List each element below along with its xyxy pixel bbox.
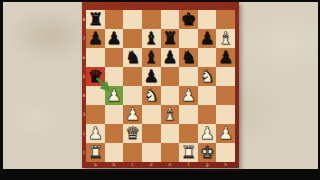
square-d1[interactable] xyxy=(142,143,161,162)
square-c4[interactable] xyxy=(123,86,142,105)
square-d3[interactable] xyxy=(142,105,161,124)
white-rook-f1[interactable]: ♜ xyxy=(179,143,198,162)
square-f5[interactable] xyxy=(179,67,198,86)
white-pawn-h2[interactable]: ♟ xyxy=(216,124,235,143)
white-queen-c2[interactable]: ♛ xyxy=(123,124,142,143)
square-e8[interactable] xyxy=(161,10,180,29)
square-e4[interactable] xyxy=(161,86,180,105)
square-f7[interactable] xyxy=(179,29,198,48)
black-rook-e7[interactable]: ♜ xyxy=(161,29,180,48)
black-pawn-b7[interactable]: ♟ xyxy=(105,29,124,48)
chessboard-frame: 87654321 ♜♚♟♟♝♜♟♝♞♝♟♞♟♛♟♞♟♞♟♟♝♟♛♟♟♜♜♚ ab… xyxy=(82,2,239,168)
square-h5[interactable] xyxy=(216,67,235,86)
square-e5[interactable] xyxy=(161,67,180,86)
file-label-c: c xyxy=(123,162,142,168)
white-pawn-a2[interactable]: ♟ xyxy=(86,124,105,143)
white-pawn-c3[interactable]: ♟ xyxy=(123,105,142,124)
square-g6[interactable] xyxy=(198,48,217,67)
black-king-f8[interactable]: ♚ xyxy=(179,10,198,29)
black-bishop-d7[interactable]: ♝ xyxy=(142,29,161,48)
square-d8[interactable] xyxy=(142,10,161,29)
square-g8[interactable] xyxy=(198,10,217,29)
file-label-e: e xyxy=(161,162,180,168)
black-queen-a5[interactable]: ♛ xyxy=(86,67,105,86)
file-label-h: h xyxy=(216,162,235,168)
black-bishop-d6[interactable]: ♝ xyxy=(142,48,161,67)
square-c1[interactable] xyxy=(123,143,142,162)
square-b5[interactable] xyxy=(105,67,124,86)
square-b8[interactable] xyxy=(105,10,124,29)
black-knight-c6[interactable]: ♞ xyxy=(123,48,142,67)
square-b2[interactable] xyxy=(105,124,124,143)
square-d2[interactable] xyxy=(142,124,161,143)
file-labels: abcdefgh xyxy=(86,162,235,168)
square-g4[interactable] xyxy=(198,86,217,105)
square-a3[interactable] xyxy=(86,105,105,124)
square-b1[interactable] xyxy=(105,143,124,162)
white-pawn-b4[interactable]: ♟ xyxy=(105,86,124,105)
square-c5[interactable] xyxy=(123,67,142,86)
square-a4[interactable] xyxy=(86,86,105,105)
black-pawn-d5[interactable]: ♟ xyxy=(142,67,161,86)
file-label-d: d xyxy=(142,162,161,168)
square-b6[interactable] xyxy=(105,48,124,67)
white-pawn-f4[interactable]: ♟ xyxy=(179,86,198,105)
black-pawn-e6[interactable]: ♟ xyxy=(161,48,180,67)
square-h8[interactable] xyxy=(216,10,235,29)
white-knight-d4[interactable]: ♞ xyxy=(142,86,161,105)
square-c8[interactable] xyxy=(123,10,142,29)
square-f3[interactable] xyxy=(179,105,198,124)
black-rook-a8[interactable]: ♜ xyxy=(86,10,105,29)
black-knight-f6[interactable]: ♞ xyxy=(179,48,198,67)
square-h4[interactable] xyxy=(216,86,235,105)
black-pawn-h6[interactable]: ♟ xyxy=(216,48,235,67)
black-pawn-g7[interactable]: ♟ xyxy=(198,29,217,48)
video-frame: 87654321 ♜♚♟♟♝♜♟♝♞♝♟♞♟♛♟♞♟♞♟♟♝♟♛♟♟♜♜♚ ab… xyxy=(0,0,320,180)
white-knight-g5[interactable]: ♞ xyxy=(198,67,217,86)
square-f2[interactable] xyxy=(179,124,198,143)
square-c7[interactable] xyxy=(123,29,142,48)
file-label-f: f xyxy=(179,162,198,168)
file-label-g: g xyxy=(198,162,217,168)
square-e2[interactable] xyxy=(161,124,180,143)
white-pawn-g2[interactable]: ♟ xyxy=(198,124,217,143)
square-e1[interactable] xyxy=(161,143,180,162)
white-bishop-e3[interactable]: ♝ xyxy=(161,105,180,124)
white-rook-a1[interactable]: ♜ xyxy=(86,143,105,162)
file-label-a: a xyxy=(86,162,105,168)
square-a6[interactable] xyxy=(86,48,105,67)
square-h1[interactable] xyxy=(216,143,235,162)
file-label-b: b xyxy=(105,162,124,168)
white-bishop-h7[interactable]: ♝ xyxy=(216,29,235,48)
square-h3[interactable] xyxy=(216,105,235,124)
square-b3[interactable] xyxy=(105,105,124,124)
black-pawn-a7[interactable]: ♟ xyxy=(86,29,105,48)
square-g3[interactable] xyxy=(198,105,217,124)
chessboard[interactable]: ♜♚♟♟♝♜♟♝♞♝♟♞♟♛♟♞♟♞♟♟♝♟♛♟♟♜♜♚ xyxy=(86,10,235,162)
white-king-g1[interactable]: ♚ xyxy=(198,143,217,162)
